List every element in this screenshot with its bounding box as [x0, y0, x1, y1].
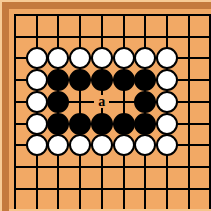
white-stone [69, 47, 91, 69]
black-stone [113, 113, 135, 135]
black-stone [47, 69, 69, 91]
white-stone [134, 47, 156, 69]
white-stone [47, 47, 69, 69]
stones-layer: a [0, 0, 211, 211]
white-stone [156, 47, 178, 69]
black-stone [91, 113, 113, 135]
black-stone [134, 113, 156, 135]
point-a-text: a [98, 95, 105, 108]
white-stone [69, 134, 91, 156]
white-stone [113, 47, 135, 69]
white-stone [134, 134, 156, 156]
white-stone [26, 69, 48, 91]
white-stone [91, 134, 113, 156]
black-stone [47, 91, 69, 113]
white-stone [26, 47, 48, 69]
white-stone [26, 91, 48, 113]
point-a-label[interactable]: a [94, 95, 109, 108]
white-stone [26, 134, 48, 156]
white-stone [47, 134, 69, 156]
white-stone [91, 47, 113, 69]
white-stone [156, 134, 178, 156]
white-stone [113, 134, 135, 156]
black-stone [47, 113, 69, 135]
white-stone [156, 113, 178, 135]
go-board: a [0, 0, 211, 211]
white-stone [26, 113, 48, 135]
black-stone [69, 113, 91, 135]
black-stone [134, 69, 156, 91]
white-stone [156, 69, 178, 91]
black-stone [91, 69, 113, 91]
black-stone [113, 69, 135, 91]
white-stone [156, 91, 178, 113]
black-stone [69, 69, 91, 91]
black-stone [134, 91, 156, 113]
go-diagram: a [0, 0, 211, 211]
